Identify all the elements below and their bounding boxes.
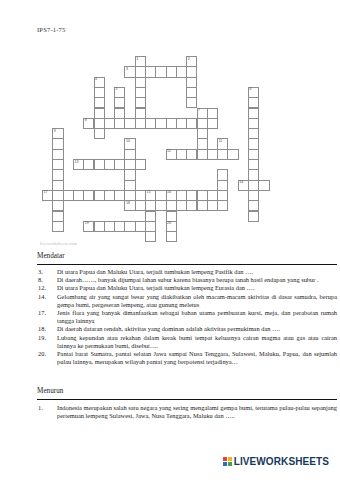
clue-number-label: 20 [167,221,171,226]
clue-item: 20.Pantai barat Sumatra, pantai selatan … [37,350,337,366]
clue-number-label: 15 [147,190,151,195]
clue-number-label: 13 [74,160,78,165]
clue-item: 3.Di utara Papua dan Maluku Utara, terja… [37,268,337,276]
crossword-grid: 1234567891011121314171516181920 [42,56,274,244]
crossword-cell-15-20[interactable] [248,211,259,222]
clue-item-text: Jenis flora yang banyak dimanfaatkan seb… [57,309,337,325]
liveworksheets-footer: LIVEWORKSHEETS [223,456,329,467]
down-divider [37,399,337,401]
across-clue-list: 3.Di utara Papua dan Maluku Utara, terja… [37,268,337,366]
clue-item: 12.Di utara Papua dan Maluku Utara, terj… [37,284,337,292]
crossword-cell-12-21[interactable] [258,180,269,191]
clue-item-text: Di utara Papua dan Maluku Utara, terjadi… [57,268,337,276]
clue-number-label: 3 [126,67,128,72]
logo-square [228,462,232,466]
crossword-cell-9-18[interactable] [227,149,238,160]
clue-item: 19.Lubang kepundan atau rekahan dalam ke… [37,334,337,350]
clue-number-label: 16 [167,190,171,195]
down-clue-list: 1.Indonesia merupakan salah satu negara … [37,404,337,420]
clue-item-number: 14. [37,293,57,309]
crossword-cell-16-1[interactable] [52,221,63,232]
clue-number-label: 18 [126,201,130,206]
down-section-title: Menurun [37,387,63,395]
clue-number-label: 10 [126,139,130,144]
clue-item-number: 1. [37,404,57,420]
across-section-title: Mendatar [37,252,65,260]
clue-item-number: 20. [37,350,57,366]
clue-item-text: Lubang kepundan atau rekahan dalam kerak… [57,334,337,350]
clue-item: 1.Indonesia merupakan salah satu negara … [37,404,337,420]
liveworksheets-logo-icon [223,457,232,466]
clue-number-label: 8 [85,118,87,123]
crossword-cell-17-10[interactable] [145,231,156,242]
clue-item-number: 19. [37,334,57,350]
liveworksheets-brand-text: LIVEWORKSHEETS [234,456,329,467]
clue-item-text: Di daerah……, banyak dijumpai lahan subur… [57,276,337,284]
clue-item-text: Gelombang air yang sangat besar yang dia… [57,293,337,309]
clue-item-text: Pantai barat Sumatra, pantai selatan Jaw… [57,350,337,366]
clue-item-number: 12. [37,284,57,292]
clue-item-number: 3. [37,268,57,276]
clue-item-text: Di daerah dataran rendah, aktivitas yang… [57,325,337,333]
clue-item-text: Indonesia merupakan salah satu negara ya… [57,404,337,420]
crossword-cell-17-12[interactable] [166,231,177,242]
logo-square [228,457,232,461]
document-code: IPS7-1-75 [37,26,66,33]
clue-number-label: 5 [116,87,118,92]
clue-item-number: 17. [37,309,57,325]
clue-number-label: 4 [95,77,97,82]
clue-item-number: 18. [37,325,57,333]
crossword-cell-14-17[interactable] [217,200,228,211]
watermark-text: liveworksheets.com [40,241,77,246]
clue-number-label: 1 [136,57,138,62]
clue-number-label: 9 [54,129,56,134]
clue-item-text: Di utara Papua dan Maluku Utara, terjadi… [57,284,337,292]
crossword-cell-10-9[interactable] [135,159,146,170]
clue-number-label: 11 [219,139,223,144]
clue-item: 14.Gelombang air yang sangat besar yang … [37,293,337,309]
logo-square [223,457,227,461]
clue-item: 18.Di daerah dataran rendah, aktivitas y… [37,325,337,333]
clue-item: 17.Jenis flora yang banyak dimanfaatkan … [37,309,337,325]
clue-number-label: 19 [85,221,89,226]
crossword-cell-6-16[interactable] [207,118,218,129]
clue-number-label: 14 [239,180,243,185]
clue-number-label: 17 [44,190,48,195]
clue-number-label: 6 [250,87,252,92]
crossword-cell-7-5[interactable] [94,128,105,139]
clue-number-label: 12 [167,149,171,154]
clue-item: 8.Di daerah……, banyak dijumpai lahan sub… [37,276,337,284]
clue-number-label: 2 [188,57,190,62]
clue-item-number: 8. [37,276,57,284]
logo-square [223,462,227,466]
worksheet-page: IPS7-1-75 123456789101112131417151618192… [0,0,340,480]
across-divider [37,264,337,266]
clue-number-label: 7 [198,108,200,113]
